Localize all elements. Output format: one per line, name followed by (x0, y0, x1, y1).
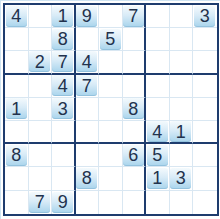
given-digit-tile: 2 (29, 51, 50, 72)
cell-r6c7[interactable]: 4 (146, 121, 170, 144)
cell-r6c2[interactable] (29, 121, 53, 144)
cell-r1c2[interactable] (29, 5, 53, 28)
given-digit-tile: 4 (6, 6, 27, 27)
given-digit-tile: 7 (76, 75, 97, 96)
cell-r2c4[interactable] (76, 28, 100, 51)
given-digit-tile: 1 (147, 168, 168, 189)
cell-r4c9[interactable] (193, 75, 217, 98)
given-digit-tile: 1 (6, 98, 27, 119)
cell-r3c9[interactable] (193, 51, 217, 74)
cell-r1c8[interactable] (170, 5, 194, 28)
cell-r5c4[interactable] (76, 98, 100, 121)
cell-r1c6[interactable]: 7 (123, 5, 147, 28)
cell-r2c5[interactable]: 5 (99, 28, 123, 51)
given-digit-tile: 3 (170, 168, 191, 189)
given-digit-tile: 8 (6, 145, 27, 166)
cell-r2c3[interactable]: 8 (52, 28, 76, 51)
given-digit-tile: 8 (76, 168, 97, 189)
cell-r8c5[interactable] (99, 167, 123, 190)
given-digit-tile: 8 (52, 29, 73, 50)
given-digit-tile: 1 (170, 121, 191, 142)
cell-r3c8[interactable] (170, 51, 194, 74)
cell-r6c9[interactable] (193, 121, 217, 144)
cell-r9c4[interactable] (76, 191, 100, 214)
cell-r9c2[interactable]: 7 (29, 191, 53, 214)
cell-r7c3[interactable] (52, 144, 76, 167)
cell-r5c2[interactable] (29, 98, 53, 121)
cell-r3c4[interactable]: 4 (76, 51, 100, 74)
cell-r1c9[interactable]: 3 (193, 5, 217, 28)
cell-r7c6[interactable]: 6 (123, 144, 147, 167)
cell-r5c8[interactable] (170, 98, 194, 121)
cell-r8c3[interactable] (52, 167, 76, 190)
cell-r7c5[interactable] (99, 144, 123, 167)
cell-r6c5[interactable] (99, 121, 123, 144)
cell-r7c2[interactable] (29, 144, 53, 167)
cell-r1c1[interactable]: 4 (5, 5, 29, 28)
cell-r4c6[interactable] (123, 75, 147, 98)
cell-r4c7[interactable] (146, 75, 170, 98)
cell-r4c5[interactable] (99, 75, 123, 98)
given-digit-tile: 1 (52, 6, 73, 27)
given-digit-tile: 4 (76, 51, 97, 72)
cell-r7c4[interactable] (76, 144, 100, 167)
cell-r8c9[interactable] (193, 167, 217, 190)
cell-r7c9[interactable] (193, 144, 217, 167)
cell-r9c8[interactable] (170, 191, 194, 214)
cell-r2c2[interactable] (29, 28, 53, 51)
cell-r6c4[interactable] (76, 121, 100, 144)
cell-r9c1[interactable] (5, 191, 29, 214)
given-digit-tile: 7 (29, 192, 50, 213)
cell-r9c9[interactable] (193, 191, 217, 214)
cell-r3c5[interactable] (99, 51, 123, 74)
given-digit-tile: 9 (76, 6, 97, 27)
cell-r3c6[interactable] (123, 51, 147, 74)
cell-r8c2[interactable] (29, 167, 53, 190)
cell-r3c1[interactable] (5, 51, 29, 74)
given-digit-tile: 8 (123, 98, 144, 119)
cell-r3c2[interactable]: 2 (29, 51, 53, 74)
cell-r9c7[interactable] (146, 191, 170, 214)
cell-r8c6[interactable] (123, 167, 147, 190)
cell-r5c5[interactable] (99, 98, 123, 121)
cell-r9c3[interactable]: 9 (52, 191, 76, 214)
cell-r2c7[interactable] (146, 28, 170, 51)
cell-r1c5[interactable] (99, 5, 123, 28)
cell-r4c1[interactable] (5, 75, 29, 98)
cell-r6c8[interactable]: 1 (170, 121, 194, 144)
given-digit-tile: 4 (52, 75, 73, 96)
cell-r4c8[interactable] (170, 75, 194, 98)
given-digit-tile: 9 (52, 192, 73, 213)
given-digit-tile: 6 (123, 145, 144, 166)
given-digit-tile: 4 (147, 121, 168, 142)
cell-r4c2[interactable] (29, 75, 53, 98)
cell-r4c3[interactable]: 4 (52, 75, 76, 98)
cell-r5c1[interactable]: 1 (5, 98, 29, 121)
cell-r5c7[interactable] (146, 98, 170, 121)
given-digit-tile: 5 (100, 29, 121, 50)
cell-r2c1[interactable] (5, 28, 29, 51)
cell-r6c3[interactable] (52, 121, 76, 144)
cell-r5c3[interactable]: 3 (52, 98, 76, 121)
cell-r8c7[interactable]: 1 (146, 167, 170, 190)
cell-r6c1[interactable] (5, 121, 29, 144)
cell-r2c8[interactable] (170, 28, 194, 51)
cell-r1c4[interactable]: 9 (76, 5, 100, 28)
given-digit-tile: 7 (123, 6, 144, 27)
given-digit-tile: 7 (52, 51, 73, 72)
cell-r2c6[interactable] (123, 28, 147, 51)
given-digit-tile: 3 (194, 6, 215, 27)
cell-r5c9[interactable] (193, 98, 217, 121)
cell-r1c7[interactable] (146, 5, 170, 28)
sudoku-board: 4197385274471384186581379 (3, 3, 219, 216)
cell-r9c5[interactable] (99, 191, 123, 214)
cell-r6c6[interactable] (123, 121, 147, 144)
cell-r8c1[interactable] (5, 167, 29, 190)
given-digit-tile: 3 (52, 98, 73, 119)
cell-r7c1[interactable]: 8 (5, 144, 29, 167)
cell-r7c7[interactable]: 5 (146, 144, 170, 167)
cell-r2c9[interactable] (193, 28, 217, 51)
cell-r1c3[interactable]: 1 (52, 5, 76, 28)
cell-r8c8[interactable]: 3 (170, 167, 194, 190)
given-digit-tile: 5 (147, 145, 168, 166)
cell-r7c8[interactable] (170, 144, 194, 167)
cell-r8c4[interactable]: 8 (76, 167, 100, 190)
cell-r4c4[interactable]: 7 (76, 75, 100, 98)
cell-r3c7[interactable] (146, 51, 170, 74)
sudoku-page: 4197385274471384186581379 (0, 0, 220, 219)
cell-r3c3[interactable]: 7 (52, 51, 76, 74)
cell-r9c6[interactable] (123, 191, 147, 214)
cell-r5c6[interactable]: 8 (123, 98, 147, 121)
